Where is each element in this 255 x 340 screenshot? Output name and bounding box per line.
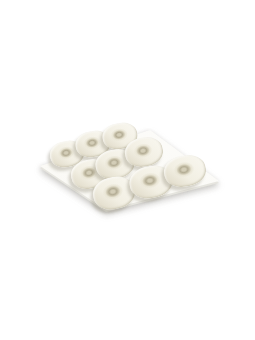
pad-grid — [0, 0, 255, 340]
product-photo — [0, 0, 255, 340]
